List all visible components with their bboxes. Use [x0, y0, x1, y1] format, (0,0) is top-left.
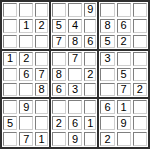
cell-wrap-r1c2: [18, 2, 34, 18]
cell-wrap-r4c2: 2: [18, 51, 34, 67]
cell-wrap-r7c5: [67, 99, 83, 115]
cell-wrap-r1c9: [132, 2, 148, 18]
sudoku-cell-r8c4[interactable]: 2: [52, 116, 66, 130]
cell-wrap-r5c1: [2, 67, 18, 83]
cell-wrap-r3c5: 8: [67, 34, 83, 51]
cell-wrap-r4c6: [83, 51, 99, 67]
cell-wrap-r9c7: 2: [99, 131, 115, 147]
sudoku-cell-r2c4[interactable]: 5: [52, 19, 66, 33]
cell-wrap-r7c8: 1: [116, 99, 132, 115]
cell-wrap-r7c6: [83, 99, 99, 115]
sudoku-cell-r8c7[interactable]: [100, 116, 114, 130]
sudoku-cell-r3c1[interactable]: [3, 35, 17, 48]
cell-wrap-r8c5: 6: [67, 115, 83, 131]
sudoku-cell-r5c4[interactable]: 8: [52, 68, 66, 82]
cell-wrap-r9c1: [2, 131, 18, 147]
sudoku-cell-r1c8[interactable]: [117, 3, 131, 17]
sudoku-cell-r4c9[interactable]: [133, 52, 147, 66]
sudoku-cell-r2c8[interactable]: 6: [117, 19, 131, 33]
sudoku-cell-r6c9[interactable]: 2: [133, 83, 147, 96]
sudoku-cell-r9c9[interactable]: [133, 132, 147, 146]
cell-wrap-r6c6: [83, 82, 99, 99]
cell-wrap-r7c7: 6: [99, 99, 115, 115]
sudoku-cell-r3c8[interactable]: 2: [117, 35, 131, 48]
sudoku-cell-r1c7[interactable]: [100, 3, 114, 17]
sudoku-cell-r2c1[interactable]: [3, 19, 17, 33]
cell-wrap-r9c3: 1: [34, 131, 50, 147]
sudoku-cell-r5c7[interactable]: [100, 68, 114, 82]
sudoku-cell-r6c6[interactable]: [84, 83, 96, 96]
cell-wrap-r7c2: 9: [18, 99, 34, 115]
cell-wrap-r5c6: 2: [83, 67, 99, 83]
sudoku-cell-r8c2[interactable]: [19, 116, 33, 130]
cell-wrap-r6c1: [2, 82, 18, 99]
cell-wrap-r9c6: [83, 131, 99, 147]
sudoku-cell-r9c2[interactable]: 7: [19, 132, 33, 146]
cell-wrap-r2c7: 8: [99, 18, 115, 34]
cell-wrap-r7c9: [132, 99, 148, 115]
cell-wrap-r2c9: [132, 18, 148, 34]
cell-wrap-r1c3: [34, 2, 50, 18]
cell-wrap-r4c8: [116, 51, 132, 67]
sudoku-cell-r5c1[interactable]: [3, 68, 17, 82]
cell-wrap-r3c2: [18, 34, 34, 51]
sudoku-cell-r8c3[interactable]: [35, 116, 47, 130]
cell-wrap-r8c7: [99, 115, 115, 131]
sudoku-cell-r5c2[interactable]: 6: [19, 68, 33, 82]
sudoku-cell-r7c7[interactable]: 6: [100, 100, 114, 114]
sudoku-cell-r4c2[interactable]: 2: [19, 52, 33, 66]
cell-wrap-r2c3: 2: [34, 18, 50, 34]
sudoku-cell-r1c5[interactable]: [68, 3, 82, 17]
sudoku-cell-r7c9[interactable]: [133, 100, 147, 114]
cell-wrap-r4c9: [132, 51, 148, 67]
cell-wrap-r7c1: [2, 99, 18, 115]
sudoku-cell-r4c8[interactable]: [117, 52, 131, 66]
sudoku-cell-r3c9[interactable]: [133, 35, 147, 48]
sudoku-cell-r6c2[interactable]: [19, 83, 33, 96]
sudoku-cell-r2c6[interactable]: [84, 19, 96, 33]
cell-wrap-r8c6: 1: [83, 115, 99, 131]
cell-wrap-r6c5: 3: [67, 82, 83, 99]
sudoku-cell-r3c4[interactable]: 7: [52, 35, 66, 48]
cell-wrap-r9c4: [51, 131, 67, 147]
sudoku-cell-r9c6[interactable]: [84, 132, 96, 146]
cell-wrap-r8c2: [18, 115, 34, 131]
sudoku-cell-r4c3[interactable]: [35, 52, 47, 66]
cell-wrap-r9c8: [116, 131, 132, 147]
sudoku-cell-r5c6[interactable]: 2: [84, 68, 96, 82]
sudoku-cell-r9c7[interactable]: 2: [100, 132, 114, 146]
cell-wrap-r4c3: [34, 51, 50, 67]
cell-wrap-r9c5: 9: [67, 131, 83, 147]
sudoku-cell-r8c8[interactable]: 9: [117, 116, 131, 130]
sudoku-cell-r1c9[interactable]: [133, 3, 147, 17]
sudoku-cell-r6c4[interactable]: 6: [52, 83, 66, 96]
cell-wrap-r5c3: 7: [34, 67, 50, 83]
cell-wrap-r6c9: 2: [132, 82, 148, 99]
cell-wrap-r2c6: [83, 18, 99, 34]
sudoku-cell-r7c6[interactable]: [84, 100, 96, 114]
cell-wrap-r4c7: 3: [99, 51, 115, 67]
cell-wrap-r1c5: [67, 2, 83, 18]
sudoku-cell-r3c3[interactable]: [35, 35, 47, 48]
cell-wrap-r1c6: 9: [83, 2, 99, 18]
cell-wrap-r3c3: [34, 34, 50, 51]
sudoku-cell-r9c4[interactable]: [52, 132, 66, 146]
cell-wrap-r1c1: [2, 2, 18, 18]
sudoku-cell-r6c3[interactable]: 8: [35, 83, 47, 96]
sudoku-cell-r4c1[interactable]: 1: [3, 52, 17, 66]
sudoku-cell-r4c6[interactable]: [84, 52, 96, 66]
sudoku-cell-r8c1[interactable]: 5: [3, 116, 17, 130]
sudoku-cell-r9c3[interactable]: 1: [35, 132, 47, 146]
sudoku-cell-r2c5[interactable]: 4: [68, 19, 82, 33]
cell-wrap-r3c8: 2: [116, 34, 132, 51]
sudoku-cell-r2c7[interactable]: 8: [100, 19, 114, 33]
cell-wrap-r3c7: 5: [99, 34, 115, 51]
sudoku-cell-r9c8[interactable]: [117, 132, 131, 146]
sudoku-cell-r5c8[interactable]: 5: [117, 68, 131, 82]
cell-wrap-r8c3: [34, 115, 50, 131]
cell-wrap-r8c8: 9: [116, 115, 132, 131]
sudoku-cell-r9c5[interactable]: 9: [68, 132, 82, 146]
sudoku-cell-r4c4[interactable]: [52, 52, 66, 66]
cell-wrap-r9c2: 7: [18, 131, 34, 147]
cell-wrap-r5c4: 8: [51, 67, 67, 83]
cell-wrap-r7c3: [34, 99, 50, 115]
sudoku-cell-r4c5[interactable]: 7: [68, 52, 82, 66]
sudoku-cell-r8c9[interactable]: [133, 116, 147, 130]
cell-wrap-r2c4: 5: [51, 18, 67, 34]
sudoku-cell-r3c5[interactable]: 8: [68, 35, 82, 48]
cell-wrap-r9c9: [132, 131, 148, 147]
sudoku-cell-r2c2[interactable]: 1: [19, 19, 33, 33]
sudoku-cell-r5c3[interactable]: 7: [35, 68, 47, 82]
sudoku-cell-r1c6[interactable]: 9: [84, 3, 96, 17]
sudoku-cell-r7c2[interactable]: 9: [19, 100, 33, 114]
sudoku-cell-r1c1[interactable]: [3, 3, 17, 17]
cell-wrap-r3c1: [2, 34, 18, 51]
sudoku-cell-r7c4[interactable]: [52, 100, 66, 114]
sudoku-cell-r6c5[interactable]: 3: [68, 83, 82, 96]
cell-wrap-r6c4: 6: [51, 82, 67, 99]
sudoku-cell-r5c5[interactable]: [68, 68, 82, 82]
cell-wrap-r5c7: [99, 67, 115, 83]
cell-wrap-r2c2: 1: [18, 18, 34, 34]
sudoku-cell-r7c1[interactable]: [3, 100, 17, 114]
cell-wrap-r7c4: [51, 99, 67, 115]
sudoku-cell-r6c7[interactable]: [100, 83, 114, 96]
cell-wrap-r4c1: 1: [2, 51, 18, 67]
sudoku-cell-r3c2[interactable]: [19, 35, 33, 48]
sudoku-cell-r7c5[interactable]: [68, 100, 82, 114]
cell-wrap-r5c9: [132, 67, 148, 83]
cell-wrap-r6c7: [99, 82, 115, 99]
cell-wrap-r1c4: [51, 2, 67, 18]
cell-wrap-r1c8: [116, 2, 132, 18]
sudoku-cell-r6c1[interactable]: [3, 83, 17, 96]
cell-wrap-r8c1: 5: [2, 115, 18, 131]
cell-wrap-r8c4: 2: [51, 115, 67, 131]
sudoku-cell-r8c5[interactable]: 6: [68, 116, 82, 130]
sudoku-cell-r1c2[interactable]: [19, 3, 33, 17]
cell-wrap-r8c9: [132, 115, 148, 131]
cell-wrap-r6c2: [18, 82, 34, 99]
sudoku-cell-r7c3[interactable]: [35, 100, 47, 114]
sudoku-cell-r3c7[interactable]: 5: [100, 35, 114, 48]
cell-wrap-r6c8: 7: [116, 82, 132, 99]
sudoku-cell-r8c6[interactable]: 1: [84, 116, 96, 130]
sudoku-board: 91254867865212736782586372961526197192: [0, 0, 150, 149]
sudoku-cell-r4c7[interactable]: 3: [100, 52, 114, 66]
cell-wrap-r2c1: [2, 18, 18, 34]
sudoku-cell-r1c4[interactable]: [52, 3, 66, 17]
cell-wrap-r5c5: [67, 67, 83, 83]
sudoku-cell-r6c8[interactable]: 7: [117, 83, 131, 96]
cell-wrap-r1c7: [99, 2, 115, 18]
sudoku-cell-r2c3[interactable]: 2: [35, 19, 47, 33]
cell-wrap-r5c2: 6: [18, 67, 34, 83]
sudoku-cell-r9c1[interactable]: [3, 132, 17, 146]
cell-wrap-r6c3: 8: [34, 82, 50, 99]
cell-wrap-r3c6: 6: [83, 34, 99, 51]
sudoku-cell-r2c9[interactable]: [133, 19, 147, 33]
sudoku-cell-r1c3[interactable]: [35, 3, 47, 17]
sudoku-cell-r7c8[interactable]: 1: [117, 100, 131, 114]
sudoku-cell-r5c9[interactable]: [133, 68, 147, 82]
cell-wrap-r2c8: 6: [116, 18, 132, 34]
cell-wrap-r2c5: 4: [67, 18, 83, 34]
cell-wrap-r4c4: [51, 51, 67, 67]
cell-wrap-r3c4: 7: [51, 34, 67, 51]
cell-wrap-r5c8: 5: [116, 67, 132, 83]
sudoku-cell-r3c6[interactable]: 6: [84, 35, 96, 48]
cell-wrap-r4c5: 7: [67, 51, 83, 67]
cell-wrap-r3c9: [132, 34, 148, 51]
